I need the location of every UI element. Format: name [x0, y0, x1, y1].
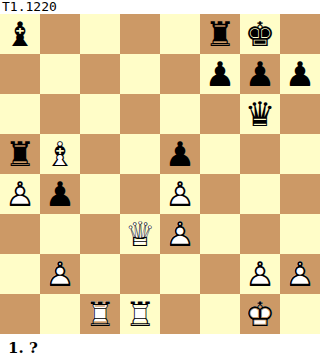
white-pawn-outline-icon: ♙	[40, 254, 80, 294]
black-pawn-icon: ♟	[240, 54, 280, 94]
black-bishop-icon: ♝	[0, 14, 40, 54]
square-b4[interactable]: ♟	[40, 174, 80, 214]
diagram-title: T1.1220	[0, 0, 320, 14]
square-h6[interactable]	[280, 94, 320, 134]
square-d3[interactable]: ♛♕	[120, 214, 160, 254]
square-b5[interactable]: ♝♗	[40, 134, 80, 174]
square-f3[interactable]	[200, 214, 240, 254]
white-bishop-outline-icon: ♗	[40, 134, 80, 174]
white-rook-icon: ♜	[120, 294, 160, 334]
square-b6[interactable]	[40, 94, 80, 134]
square-d1[interactable]: ♜♖	[120, 294, 160, 334]
square-c2[interactable]	[80, 254, 120, 294]
square-g5[interactable]	[240, 134, 280, 174]
square-a1[interactable]	[0, 294, 40, 334]
square-f6[interactable]	[200, 94, 240, 134]
white-rook-outline-icon: ♖	[120, 294, 160, 334]
square-g1[interactable]: ♚♔	[240, 294, 280, 334]
black-pawn-icon: ♟	[40, 174, 80, 214]
square-g8[interactable]: ♚	[240, 14, 280, 54]
white-pawn-outline-icon: ♙	[160, 174, 200, 214]
white-pawn-outline-icon: ♙	[160, 214, 200, 254]
square-a2[interactable]	[0, 254, 40, 294]
white-king-outline-icon: ♔	[240, 294, 280, 334]
square-c6[interactable]	[80, 94, 120, 134]
square-d8[interactable]	[120, 14, 160, 54]
white-rook-outline-icon: ♖	[80, 294, 120, 334]
square-f1[interactable]	[200, 294, 240, 334]
white-pawn-icon: ♟	[280, 254, 320, 294]
black-king-icon: ♚	[240, 14, 280, 54]
square-f5[interactable]	[200, 134, 240, 174]
square-g6[interactable]: ♛	[240, 94, 280, 134]
square-d2[interactable]	[120, 254, 160, 294]
square-f4[interactable]	[200, 174, 240, 214]
square-h3[interactable]	[280, 214, 320, 254]
black-pawn-icon: ♟	[160, 134, 200, 174]
square-g7[interactable]: ♟	[240, 54, 280, 94]
white-queen-icon: ♛	[120, 214, 160, 254]
white-pawn-icon: ♟	[0, 174, 40, 214]
white-bishop-icon: ♝	[40, 134, 80, 174]
white-queen-outline-icon: ♕	[120, 214, 160, 254]
square-e8[interactable]	[160, 14, 200, 54]
square-b1[interactable]	[40, 294, 80, 334]
square-c3[interactable]	[80, 214, 120, 254]
square-g4[interactable]	[240, 174, 280, 214]
square-f8[interactable]: ♜	[200, 14, 240, 54]
square-c5[interactable]	[80, 134, 120, 174]
square-f2[interactable]	[200, 254, 240, 294]
square-c7[interactable]	[80, 54, 120, 94]
white-pawn-outline-icon: ♙	[280, 254, 320, 294]
square-c4[interactable]	[80, 174, 120, 214]
square-a3[interactable]	[0, 214, 40, 254]
white-king-icon: ♚	[240, 294, 280, 334]
white-pawn-icon: ♟	[240, 254, 280, 294]
square-b3[interactable]	[40, 214, 80, 254]
white-pawn-icon: ♟	[40, 254, 80, 294]
square-h4[interactable]	[280, 174, 320, 214]
square-a8[interactable]: ♝	[0, 14, 40, 54]
square-e5[interactable]: ♟	[160, 134, 200, 174]
square-a5[interactable]: ♜	[0, 134, 40, 174]
chess-board: ♝♜♚♟♟♟♛♜♝♗♟♟♙♟♟♙♛♕♟♙♟♙♟♙♟♙♜♖♜♖♚♔	[0, 14, 320, 334]
square-d4[interactable]	[120, 174, 160, 214]
square-e6[interactable]	[160, 94, 200, 134]
white-pawn-outline-icon: ♙	[0, 174, 40, 214]
square-e1[interactable]	[160, 294, 200, 334]
square-e7[interactable]	[160, 54, 200, 94]
square-e2[interactable]	[160, 254, 200, 294]
black-pawn-icon: ♟	[280, 54, 320, 94]
square-h5[interactable]	[280, 134, 320, 174]
square-c1[interactable]: ♜♖	[80, 294, 120, 334]
square-a7[interactable]	[0, 54, 40, 94]
square-h2[interactable]: ♟♙	[280, 254, 320, 294]
square-b2[interactable]: ♟♙	[40, 254, 80, 294]
white-pawn-icon: ♟	[160, 174, 200, 214]
square-a6[interactable]	[0, 94, 40, 134]
square-e3[interactable]: ♟♙	[160, 214, 200, 254]
square-b7[interactable]	[40, 54, 80, 94]
black-rook-icon: ♜	[0, 134, 40, 174]
black-pawn-icon: ♟	[200, 54, 240, 94]
square-b8[interactable]	[40, 14, 80, 54]
square-d5[interactable]	[120, 134, 160, 174]
square-d6[interactable]	[120, 94, 160, 134]
square-h8[interactable]	[280, 14, 320, 54]
square-c8[interactable]	[80, 14, 120, 54]
white-pawn-icon: ♟	[160, 214, 200, 254]
white-pawn-outline-icon: ♙	[240, 254, 280, 294]
square-d7[interactable]	[120, 54, 160, 94]
square-f7[interactable]: ♟	[200, 54, 240, 94]
square-h7[interactable]: ♟	[280, 54, 320, 94]
square-g3[interactable]	[240, 214, 280, 254]
square-a4[interactable]: ♟♙	[0, 174, 40, 214]
white-rook-icon: ♜	[80, 294, 120, 334]
square-e4[interactable]: ♟♙	[160, 174, 200, 214]
black-rook-icon: ♜	[200, 14, 240, 54]
square-h1[interactable]	[280, 294, 320, 334]
black-queen-icon: ♛	[240, 94, 280, 134]
move-prompt: 1. ?	[0, 334, 320, 360]
square-g2[interactable]: ♟♙	[240, 254, 280, 294]
